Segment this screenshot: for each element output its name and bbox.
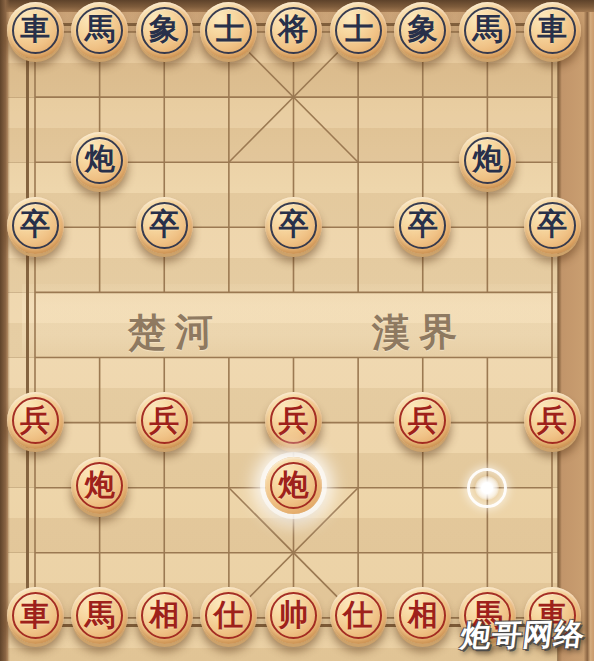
piece-character: 象: [408, 14, 438, 44]
piece-black-cannon[interactable]: 炮: [459, 132, 516, 189]
piece-character: 兵: [279, 405, 309, 435]
piece-character: 卒: [279, 209, 309, 239]
piece-black-soldier[interactable]: 卒: [136, 197, 193, 254]
piece-black-soldier[interactable]: 卒: [7, 197, 64, 254]
piece-character: 車: [537, 14, 567, 44]
piece-black-advisor[interactable]: 士: [330, 2, 387, 59]
piece-black-horse[interactable]: 馬: [71, 2, 128, 59]
piece-black-advisor[interactable]: 士: [200, 2, 257, 59]
piece-red-soldier[interactable]: 兵: [394, 392, 451, 449]
watermark-text: 炮哥网络: [458, 614, 587, 657]
piece-red-soldier[interactable]: 兵: [265, 392, 322, 449]
piece-character: 兵: [408, 405, 438, 435]
piece-character: 将: [279, 14, 309, 44]
piece-character: 車: [20, 14, 50, 44]
piece-black-soldier[interactable]: 卒: [265, 197, 322, 254]
piece-character: 相: [149, 600, 179, 630]
piece-red-soldier[interactable]: 兵: [524, 392, 581, 449]
piece-red-advisor[interactable]: 仕: [330, 587, 387, 644]
piece-character: 炮: [472, 144, 502, 174]
piece-red-cannon[interactable]: 炮: [265, 457, 322, 514]
piece-character: 馬: [85, 14, 115, 44]
piece-character: 馬: [472, 14, 502, 44]
piece-character: 士: [214, 14, 244, 44]
piece-character: 仕: [343, 600, 373, 630]
piece-character: 卒: [537, 209, 567, 239]
piece-black-elephant[interactable]: 象: [394, 2, 451, 59]
piece-character: 馬: [85, 600, 115, 630]
piece-black-general[interactable]: 将: [265, 2, 322, 59]
piece-black-elephant[interactable]: 象: [136, 2, 193, 59]
piece-character: 士: [343, 14, 373, 44]
piece-black-soldier[interactable]: 卒: [524, 197, 581, 254]
piece-black-cannon[interactable]: 炮: [71, 132, 128, 189]
piece-character: 仕: [214, 600, 244, 630]
piece-character: 帅: [279, 600, 309, 630]
last-move-origin-marker: [467, 468, 507, 508]
piece-character: 相: [408, 600, 438, 630]
piece-character: 兵: [20, 405, 50, 435]
piece-character: 卒: [408, 209, 438, 239]
piece-character: 卒: [149, 209, 179, 239]
piece-red-elephant[interactable]: 相: [136, 587, 193, 644]
piece-character: 卒: [20, 209, 50, 239]
piece-red-cannon[interactable]: 炮: [71, 457, 128, 514]
piece-red-soldier[interactable]: 兵: [7, 392, 64, 449]
xiangqi-app: 楚河 漢界 車馬象士将士象馬車炮炮卒卒卒卒卒兵兵兵兵兵炮炮車馬相仕帅仕相馬車 炮…: [0, 0, 594, 661]
piece-black-soldier[interactable]: 卒: [394, 197, 451, 254]
piece-black-horse[interactable]: 馬: [459, 2, 516, 59]
piece-character: 兵: [149, 405, 179, 435]
piece-character: 炮: [279, 470, 309, 500]
river-label-right: 漢界: [372, 312, 467, 352]
river-label-left: 楚河: [128, 312, 223, 352]
piece-character: 車: [20, 600, 50, 630]
piece-character: 炮: [85, 144, 115, 174]
piece-red-chariot[interactable]: 車: [7, 587, 64, 644]
piece-red-soldier[interactable]: 兵: [136, 392, 193, 449]
board-frame-left-edge: [0, 0, 10, 661]
piece-black-chariot[interactable]: 車: [524, 2, 581, 59]
piece-character: 炮: [85, 470, 115, 500]
board-frame-right-edge: [557, 0, 594, 661]
piece-character: 兵: [537, 405, 567, 435]
board-grid-lines: [0, 0, 594, 661]
piece-black-chariot[interactable]: 車: [7, 2, 64, 59]
piece-character: 象: [149, 14, 179, 44]
piece-red-general[interactable]: 帅: [265, 587, 322, 644]
